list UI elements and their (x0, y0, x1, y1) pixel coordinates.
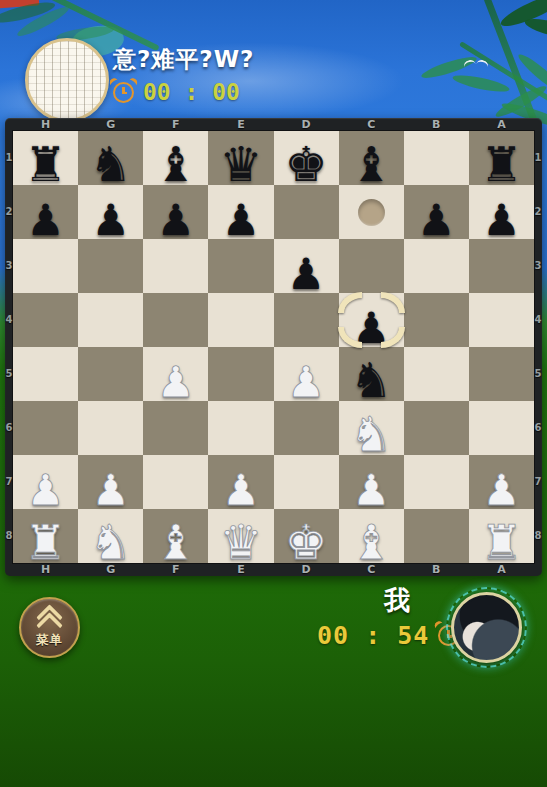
rank-label-7: 7 (5, 476, 13, 487)
square-D6[interactable] (274, 401, 339, 455)
square-E2[interactable]: ♟ (208, 185, 273, 239)
file-label-G: G (78, 118, 143, 131)
square-B5[interactable] (404, 347, 469, 401)
square-D1[interactable]: ♚ (274, 131, 339, 185)
selection-corner (381, 327, 405, 348)
square-E3[interactable] (208, 239, 273, 293)
white-pawn-C7[interactable]: ♟ (352, 469, 391, 512)
bamboo-leaf (498, 0, 547, 32)
square-A1[interactable]: ♜ (469, 131, 534, 185)
rank-label-8: 8 (5, 530, 13, 541)
file-labels-top: HGFEDCBA (5, 118, 542, 131)
square-C3[interactable] (339, 239, 404, 293)
square-G3[interactable] (78, 239, 143, 293)
white-knight-C6[interactable]: ♞ (350, 410, 393, 458)
player-timer-value: 00 : 54 (317, 621, 429, 650)
square-H1[interactable]: ♜ (13, 131, 78, 185)
square-C5[interactable]: ♞ (339, 347, 404, 401)
menu-button[interactable]: 菜单 (19, 597, 80, 658)
black-pawn-D3[interactable]: ♟ (287, 253, 326, 296)
white-pawn-E7[interactable]: ♟ (222, 469, 261, 512)
square-A5[interactable] (469, 347, 534, 401)
square-G4[interactable] (78, 293, 143, 347)
square-A6[interactable] (469, 401, 534, 455)
square-H2[interactable]: ♟ (13, 185, 78, 239)
square-E6[interactable] (208, 401, 273, 455)
square-D7[interactable] (274, 455, 339, 509)
file-label-D: D (274, 118, 339, 131)
opponent-name: 意?难平?W? (113, 44, 254, 75)
file-label-B: B (404, 118, 469, 131)
white-queen-E8[interactable]: ♛ (219, 518, 262, 566)
square-A4[interactable] (469, 293, 534, 347)
square-E1[interactable]: ♛ (208, 131, 273, 185)
square-G1[interactable]: ♞ (78, 131, 143, 185)
black-queen-E1[interactable]: ♛ (219, 140, 262, 188)
black-rook-A1[interactable]: ♜ (480, 140, 523, 188)
square-F7[interactable] (143, 455, 208, 509)
black-pawn-G2[interactable]: ♟ (91, 199, 130, 242)
square-A2[interactable]: ♟ (469, 185, 534, 239)
white-pawn-D5[interactable]: ♟ (287, 361, 326, 404)
bamboo-stalk (459, 41, 547, 104)
player-name: 我 (384, 583, 410, 618)
square-B1[interactable] (404, 131, 469, 185)
white-pawn-F5[interactable]: ♟ (157, 361, 196, 404)
file-label-H: H (13, 118, 78, 131)
white-pawn-A7[interactable]: ♟ (482, 469, 521, 512)
rank-label-1: 1 (5, 152, 13, 163)
square-H8[interactable]: ♜ (13, 509, 78, 563)
rank-label-7: 7 (534, 476, 542, 487)
square-D2[interactable] (274, 185, 339, 239)
rank-label-3: 3 (5, 260, 13, 271)
square-B8[interactable] (404, 509, 469, 563)
square-E8[interactable]: ♛ (208, 509, 273, 563)
square-F6[interactable] (143, 401, 208, 455)
white-king-D8[interactable]: ♚ (285, 518, 328, 566)
white-pawn-H7[interactable]: ♟ (26, 469, 65, 512)
black-rook-H1[interactable]: ♜ (24, 140, 67, 188)
square-D3[interactable]: ♟ (274, 239, 339, 293)
square-G6[interactable] (78, 401, 143, 455)
bamboo-leaf (523, 15, 547, 43)
square-E5[interactable] (208, 347, 273, 401)
square-H6[interactable] (13, 401, 78, 455)
red-decoration (0, 0, 39, 9)
selection-corner (381, 292, 405, 313)
rank-label-8: 8 (534, 530, 542, 541)
black-pawn-A2[interactable]: ♟ (482, 199, 521, 242)
selection-corner (338, 292, 362, 313)
rank-label-5: 5 (5, 368, 13, 379)
bamboo-leaf (515, 51, 547, 97)
opponent-avatar[interactable] (25, 38, 109, 122)
selection-corner (338, 327, 362, 348)
square-B2[interactable]: ♟ (404, 185, 469, 239)
square-F3[interactable] (143, 239, 208, 293)
bamboo-leaf (0, 0, 57, 27)
file-label-A: A (469, 118, 534, 131)
player-avatar[interactable] (451, 592, 522, 663)
square-B6[interactable] (404, 401, 469, 455)
square-A8[interactable]: ♜ (469, 509, 534, 563)
file-label-F: F (143, 118, 208, 131)
square-C2[interactable] (339, 185, 404, 239)
square-E4[interactable] (208, 293, 273, 347)
square-B4[interactable] (404, 293, 469, 347)
square-B3[interactable] (404, 239, 469, 293)
black-knight-G1[interactable]: ♞ (89, 140, 132, 188)
rank-label-6: 6 (5, 422, 13, 433)
white-rook-A8[interactable]: ♜ (480, 518, 523, 566)
white-bishop-C8[interactable]: ♝ (350, 518, 393, 566)
black-pawn-H2[interactable]: ♟ (26, 199, 65, 242)
square-C4[interactable]: ♟ (339, 293, 404, 347)
rank-label-2: 2 (5, 206, 13, 217)
square-G5[interactable] (78, 347, 143, 401)
bamboo-leaf (493, 82, 547, 121)
black-bishop-F1[interactable]: ♝ (154, 140, 197, 188)
square-E7[interactable]: ♟ (208, 455, 273, 509)
square-F8[interactable]: ♝ (143, 509, 208, 563)
square-G8[interactable]: ♞ (78, 509, 143, 563)
square-D5[interactable]: ♟ (274, 347, 339, 401)
square-F1[interactable]: ♝ (143, 131, 208, 185)
rank-label-3: 3 (534, 260, 542, 271)
file-label-E: E (208, 118, 273, 131)
rank-label-4: 4 (534, 314, 542, 325)
square-H4[interactable] (13, 293, 78, 347)
bamboo-leaf (451, 72, 510, 95)
file-label-C: C (339, 118, 404, 131)
opponent-timer: 00 : 00 (113, 79, 240, 105)
black-pawn-F2[interactable]: ♟ (157, 199, 196, 242)
white-knight-G8[interactable]: ♞ (89, 518, 132, 566)
square-A7[interactable]: ♟ (469, 455, 534, 509)
opponent-timer-value: 00 : 00 (143, 79, 240, 105)
rank-label-1: 1 (534, 152, 542, 163)
rank-label-6: 6 (534, 422, 542, 433)
square-H3[interactable] (13, 239, 78, 293)
white-bishop-F8[interactable]: ♝ (154, 518, 197, 566)
player-timer: 00 : 54 (317, 621, 459, 650)
square-A3[interactable] (469, 239, 534, 293)
square-D8[interactable]: ♚ (274, 509, 339, 563)
square-C1[interactable]: ♝ (339, 131, 404, 185)
square-B7[interactable] (404, 455, 469, 509)
file-labels-bottom: HGFEDCBA (5, 563, 542, 576)
file-label-B: B (404, 563, 469, 576)
rank-label-4: 4 (5, 314, 13, 325)
bamboo-stalk (483, 0, 540, 129)
square-C6[interactable]: ♞ (339, 401, 404, 455)
square-F4[interactable] (143, 293, 208, 347)
last-move-origin-dot (358, 199, 385, 226)
white-pawn-G7[interactable]: ♟ (91, 469, 130, 512)
rank-label-5: 5 (534, 368, 542, 379)
square-H5[interactable] (13, 347, 78, 401)
square-G7[interactable]: ♟ (78, 455, 143, 509)
square-G2[interactable]: ♟ (78, 185, 143, 239)
chess-board: HGFEDCBA ♜♞♝♛♚♝♜♟♟♟♟♟♟♟♟♟♟♞♞♟♟♟♟♟♜♞♝♛♚♝♜… (5, 118, 542, 576)
alarm-clock-icon (113, 82, 134, 103)
square-H7[interactable]: ♟ (13, 455, 78, 509)
black-pawn-B2[interactable]: ♟ (417, 199, 456, 242)
bamboo-leaf (15, 3, 71, 40)
square-C8[interactable]: ♝ (339, 509, 404, 563)
bamboo-leaf (420, 53, 479, 81)
black-king-D1[interactable]: ♚ (285, 140, 328, 188)
board-grid: ♜♞♝♛♚♝♜♟♟♟♟♟♟♟♟♟♟♞♞♟♟♟♟♟♜♞♝♛♚♝♜ (13, 131, 534, 563)
black-knight-C5[interactable]: ♞ (350, 356, 393, 404)
black-bishop-C1[interactable]: ♝ (350, 140, 393, 188)
square-F5[interactable]: ♟ (143, 347, 208, 401)
black-pawn-E2[interactable]: ♟ (222, 199, 261, 242)
square-D4[interactable] (274, 293, 339, 347)
rank-label-2: 2 (534, 206, 542, 217)
square-F2[interactable]: ♟ (143, 185, 208, 239)
chess-game-screen: 意?难平?W? 00 : 00 HGFEDCBA ♜♞♝♛♚♝♜♟♟♟♟♟♟♟♟… (0, 0, 547, 787)
bird-icon (464, 60, 488, 72)
square-C7[interactable]: ♟ (339, 455, 404, 509)
white-rook-H8[interactable]: ♜ (24, 518, 67, 566)
